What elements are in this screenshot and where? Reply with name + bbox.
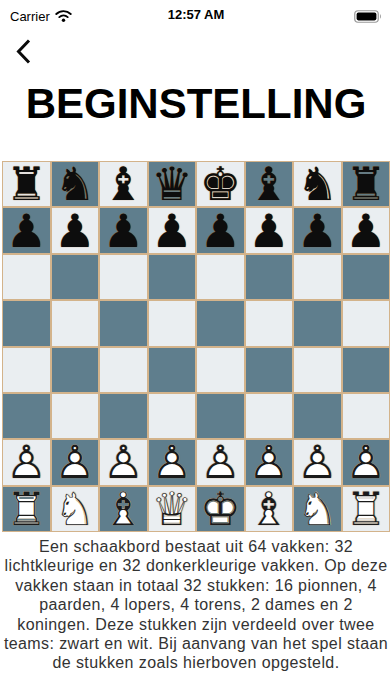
square-e3: [197, 394, 244, 438]
square-b4: [52, 348, 99, 392]
piece-white-rook: ♜♖: [3, 487, 50, 531]
piece-white-knight: ♞♘: [52, 487, 99, 531]
square-f3: [246, 394, 293, 438]
square-h1: ♜♖: [343, 487, 390, 531]
square-d1: ♛♕: [149, 487, 196, 531]
square-d5: [149, 301, 196, 345]
square-b7: ♟: [52, 208, 99, 252]
wifi-icon: [55, 10, 72, 22]
piece-white-pawn: ♟♙: [343, 440, 390, 484]
square-b3: [52, 394, 99, 438]
square-a6: [3, 255, 50, 299]
square-h6: [343, 255, 390, 299]
square-d4: [149, 348, 196, 392]
square-e4: [197, 348, 244, 392]
square-h3: [343, 394, 390, 438]
piece-black-pawn: ♟: [294, 208, 341, 252]
piece-black-knight: ♞: [52, 162, 99, 206]
square-g6: [294, 255, 341, 299]
square-a4: [3, 348, 50, 392]
piece-white-pawn: ♟♙: [52, 440, 99, 484]
square-e8: ♚: [197, 162, 244, 206]
square-a1: ♜♖: [3, 487, 50, 531]
chevron-left-icon: [15, 38, 32, 68]
piece-black-king: ♚: [197, 162, 244, 206]
square-h2: ♟♙: [343, 440, 390, 484]
square-d7: ♟: [149, 208, 196, 252]
square-b1: ♞♘: [52, 487, 99, 531]
square-d8: ♛: [149, 162, 196, 206]
piece-black-rook: ♜: [3, 162, 50, 206]
piece-black-pawn: ♟: [246, 208, 293, 252]
piece-black-pawn: ♟: [149, 208, 196, 252]
square-c6: [100, 255, 147, 299]
square-a5: [3, 301, 50, 345]
square-e1: ♚♔: [197, 487, 244, 531]
square-c5: [100, 301, 147, 345]
square-f8: ♝: [246, 162, 293, 206]
piece-white-pawn: ♟♙: [294, 440, 341, 484]
square-g8: ♞: [294, 162, 341, 206]
square-g2: ♟♙: [294, 440, 341, 484]
square-g1: ♞♘: [294, 487, 341, 531]
square-c7: ♟: [100, 208, 147, 252]
piece-white-pawn: ♟♙: [246, 440, 293, 484]
square-h7: ♟: [343, 208, 390, 252]
square-g5: [294, 301, 341, 345]
square-a8: ♜: [3, 162, 50, 206]
back-button[interactable]: [10, 39, 36, 67]
status-bar: Carrier 12:57 AM: [0, 0, 392, 25]
square-e6: [197, 255, 244, 299]
square-h5: [343, 301, 390, 345]
square-b6: [52, 255, 99, 299]
square-b8: ♞: [52, 162, 99, 206]
piece-white-bishop: ♝♗: [246, 487, 293, 531]
piece-black-queen: ♛: [149, 162, 196, 206]
piece-white-king: ♚♔: [197, 487, 244, 531]
chess-board: ♜♞♝♛♚♝♞♜♟♟♟♟♟♟♟♟♟♙♟♙♟♙♟♙♟♙♟♙♟♙♟♙♜♖♞♘♝♗♛♕…: [2, 161, 390, 532]
piece-black-knight: ♞: [294, 162, 341, 206]
square-e5: [197, 301, 244, 345]
square-c8: ♝: [100, 162, 147, 206]
square-f1: ♝♗: [246, 487, 293, 531]
piece-white-rook: ♜♖: [343, 487, 390, 531]
square-h4: [343, 348, 390, 392]
square-f7: ♟: [246, 208, 293, 252]
square-g4: [294, 348, 341, 392]
carrier-label: Carrier: [10, 9, 50, 24]
square-b5: [52, 301, 99, 345]
description-text: Een schaakbord bestaat uit 64 vakken: 32…: [0, 537, 392, 673]
square-f4: [246, 348, 293, 392]
square-c3: [100, 394, 147, 438]
square-g7: ♟: [294, 208, 341, 252]
nav-bar: [0, 39, 392, 67]
piece-black-pawn: ♟: [52, 208, 99, 252]
piece-white-bishop: ♝♗: [100, 487, 147, 531]
square-c2: ♟♙: [100, 440, 147, 484]
square-d3: [149, 394, 196, 438]
piece-black-bishop: ♝: [246, 162, 293, 206]
square-c1: ♝♗: [100, 487, 147, 531]
square-a2: ♟♙: [3, 440, 50, 484]
square-h8: ♜: [343, 162, 390, 206]
piece-black-bishop: ♝: [100, 162, 147, 206]
piece-black-pawn: ♟: [100, 208, 147, 252]
square-f6: [246, 255, 293, 299]
piece-black-pawn: ♟: [3, 208, 50, 252]
piece-white-pawn: ♟♙: [3, 440, 50, 484]
square-d2: ♟♙: [149, 440, 196, 484]
square-e7: ♟: [197, 208, 244, 252]
square-g3: [294, 394, 341, 438]
piece-white-knight: ♞♘: [294, 487, 341, 531]
square-a7: ♟: [3, 208, 50, 252]
piece-white-pawn: ♟♙: [197, 440, 244, 484]
piece-black-pawn: ♟: [343, 208, 390, 252]
square-a3: [3, 394, 50, 438]
page-title: BEGINSTELLING: [0, 83, 392, 125]
piece-black-rook: ♜: [343, 162, 390, 206]
square-f5: [246, 301, 293, 345]
square-f2: ♟♙: [246, 440, 293, 484]
battery-icon: [354, 10, 382, 23]
square-e2: ♟♙: [197, 440, 244, 484]
piece-black-pawn: ♟: [197, 208, 244, 252]
square-c4: [100, 348, 147, 392]
piece-white-queen: ♛♕: [149, 487, 196, 531]
square-b2: ♟♙: [52, 440, 99, 484]
piece-white-pawn: ♟♙: [149, 440, 196, 484]
piece-white-pawn: ♟♙: [100, 440, 147, 484]
square-d6: [149, 255, 196, 299]
